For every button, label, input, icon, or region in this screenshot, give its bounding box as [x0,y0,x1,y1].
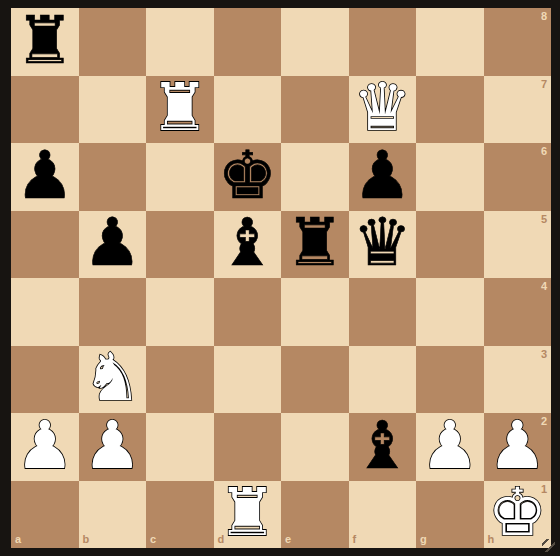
square-a4[interactable] [11,278,79,346]
square-d3[interactable] [214,346,282,414]
black-pawn[interactable]: ♟ [353,143,412,209]
file-label-c: c [150,534,156,545]
square-b8[interactable] [79,8,147,76]
square-e3[interactable] [281,346,349,414]
file-label-h: h [488,534,495,545]
square-h6[interactable]: 6 [484,143,552,211]
black-pawn[interactable]: ♟ [15,143,74,209]
square-g8[interactable] [416,8,484,76]
square-h1[interactable]: ♚h1 [484,481,552,549]
square-d4[interactable] [214,278,282,346]
square-a7[interactable] [11,76,79,144]
file-label-f: f [353,534,357,545]
square-e6[interactable] [281,143,349,211]
square-b7[interactable] [79,76,147,144]
square-e1[interactable]: e [281,481,349,549]
square-b2[interactable]: ♟ [79,413,147,481]
square-e2[interactable] [281,413,349,481]
square-g2[interactable]: ♟ [416,413,484,481]
rank-label-4: 4 [541,281,547,292]
page-background: { "game": "chess", "position": "r7/2R2Q2… [0,0,560,556]
chess-board: ♜8♜♛7♟♚♟6♟♝♜♛54♞3♟♟♝♟♟2abc♜defg♚h1 [11,8,551,548]
square-f1[interactable]: f [349,481,417,549]
square-g3[interactable] [416,346,484,414]
square-h7[interactable]: 7 [484,76,552,144]
square-e8[interactable] [281,8,349,76]
square-c4[interactable] [146,278,214,346]
square-g5[interactable] [416,211,484,279]
white-queen[interactable]: ♛ [353,75,412,141]
square-d5[interactable]: ♝ [214,211,282,279]
square-f3[interactable] [349,346,417,414]
file-label-g: g [420,534,427,545]
square-a2[interactable]: ♟ [11,413,79,481]
resize-grip-icon[interactable] [542,539,555,552]
square-e7[interactable] [281,76,349,144]
square-b3[interactable]: ♞ [79,346,147,414]
square-d6[interactable]: ♚ [214,143,282,211]
square-f5[interactable]: ♛ [349,211,417,279]
square-d1[interactable]: ♜d [214,481,282,549]
rank-label-7: 7 [541,79,547,90]
file-label-a: a [15,534,21,545]
square-f6[interactable]: ♟ [349,143,417,211]
square-e5[interactable]: ♜ [281,211,349,279]
file-label-d: d [218,534,225,545]
square-e4[interactable] [281,278,349,346]
black-bishop[interactable]: ♝ [218,210,277,276]
square-f8[interactable] [349,8,417,76]
square-c1[interactable]: c [146,481,214,549]
rank-label-3: 3 [541,349,547,360]
black-king[interactable]: ♚ [218,143,277,209]
square-h2[interactable]: ♟2 [484,413,552,481]
square-c5[interactable] [146,211,214,279]
square-d7[interactable] [214,76,282,144]
white-king[interactable]: ♚ [488,480,547,546]
square-h8[interactable]: 8 [484,8,552,76]
black-rook[interactable]: ♜ [285,210,344,276]
square-b6[interactable] [79,143,147,211]
black-pawn[interactable]: ♟ [83,210,142,276]
rank-label-6: 6 [541,146,547,157]
square-c3[interactable] [146,346,214,414]
square-a8[interactable]: ♜ [11,8,79,76]
square-g7[interactable] [416,76,484,144]
square-c8[interactable] [146,8,214,76]
file-label-b: b [83,534,90,545]
square-b4[interactable] [79,278,147,346]
white-pawn[interactable]: ♟ [420,413,479,479]
white-pawn[interactable]: ♟ [15,413,74,479]
square-b5[interactable]: ♟ [79,211,147,279]
square-f7[interactable]: ♛ [349,76,417,144]
white-knight[interactable]: ♞ [83,345,142,411]
square-h4[interactable]: 4 [484,278,552,346]
rank-label-1: 1 [541,484,547,495]
square-d2[interactable] [214,413,282,481]
rank-label-8: 8 [541,11,547,22]
square-g6[interactable] [416,143,484,211]
square-f4[interactable] [349,278,417,346]
file-label-e: e [285,534,291,545]
square-h5[interactable]: 5 [484,211,552,279]
white-rook[interactable]: ♜ [150,75,209,141]
black-rook[interactable]: ♜ [15,8,74,74]
square-a1[interactable]: a [11,481,79,549]
rank-label-2: 2 [541,416,547,427]
square-c6[interactable] [146,143,214,211]
square-a5[interactable] [11,211,79,279]
black-queen[interactable]: ♛ [353,210,412,276]
white-pawn[interactable]: ♟ [83,413,142,479]
square-g4[interactable] [416,278,484,346]
square-h3[interactable]: 3 [484,346,552,414]
square-c7[interactable]: ♜ [146,76,214,144]
square-b1[interactable]: b [79,481,147,549]
square-c2[interactable] [146,413,214,481]
square-g1[interactable]: g [416,481,484,549]
square-d8[interactable] [214,8,282,76]
rank-label-5: 5 [541,214,547,225]
white-rook[interactable]: ♜ [218,480,277,546]
square-a6[interactable]: ♟ [11,143,79,211]
black-bishop[interactable]: ♝ [353,413,412,479]
square-a3[interactable] [11,346,79,414]
white-pawn[interactable]: ♟ [488,413,547,479]
square-f2[interactable]: ♝ [349,413,417,481]
